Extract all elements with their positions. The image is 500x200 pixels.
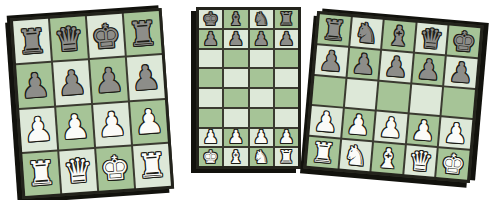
black-pawn-icon: ♟ (350, 49, 376, 78)
white-bishop-icon: ♝ (228, 148, 244, 166)
white-rook-icon: ♜ (310, 138, 336, 167)
chessboard-4x4: ♜♛♚♜♟♟♟♟♟♟♟♟♜♛♚♜ (10, 8, 174, 199)
square[interactable] (312, 76, 345, 107)
square[interactable]: ♚ (447, 26, 480, 57)
square[interactable]: ♟ (16, 63, 54, 108)
square[interactable]: ♟ (53, 60, 91, 105)
square[interactable] (250, 50, 273, 68)
square[interactable] (275, 89, 298, 107)
white-pawn-icon: ♟ (278, 129, 294, 147)
square[interactable] (224, 109, 247, 127)
square[interactable]: ♟ (199, 129, 222, 147)
square[interactable]: ♝ (382, 20, 415, 51)
square[interactable] (224, 69, 247, 87)
white-pawn-icon: ♟ (410, 116, 436, 145)
black-rook-icon: ♜ (321, 15, 347, 44)
chessboard-5x5: ♜♞♝♛♚♟♟♟♟♟♟♟♟♟♟♜♞♝♛♚ (303, 11, 483, 183)
black-knight-icon: ♞ (253, 10, 269, 28)
black-queen-icon: ♛ (418, 24, 444, 53)
square[interactable] (345, 78, 378, 109)
square[interactable]: ♛ (59, 149, 97, 194)
square[interactable] (442, 87, 475, 118)
white-pawn-icon: ♟ (345, 110, 371, 139)
square[interactable]: ♟ (380, 51, 413, 82)
square[interactable]: ♟ (342, 109, 375, 140)
black-rook-icon: ♜ (278, 10, 294, 28)
square[interactable]: ♟ (130, 99, 168, 144)
square[interactable]: ♚ (96, 146, 134, 191)
white-rook-icon: ♜ (25, 156, 57, 191)
square[interactable]: ♟ (347, 48, 380, 79)
square[interactable] (250, 89, 273, 107)
square[interactable] (250, 109, 273, 127)
white-pawn-icon: ♟ (133, 104, 165, 139)
square[interactable]: ♞ (350, 17, 383, 48)
white-rook-icon: ♜ (136, 148, 168, 183)
white-rook-icon: ♜ (278, 148, 294, 166)
square[interactable]: ♛ (415, 23, 448, 54)
square[interactable]: ♜ (133, 144, 171, 189)
black-queen-icon: ♛ (53, 21, 85, 56)
black-pawn-icon: ♟ (415, 55, 441, 84)
square[interactable] (199, 89, 222, 107)
square[interactable]: ♟ (250, 30, 273, 48)
square[interactable] (275, 69, 298, 87)
black-pawn-icon: ♟ (203, 30, 219, 48)
square[interactable]: ♟ (275, 30, 298, 48)
black-rook-icon: ♜ (127, 16, 159, 51)
square[interactable]: ♝ (224, 148, 247, 166)
black-pawn-icon: ♟ (383, 52, 409, 81)
white-king-icon: ♚ (440, 150, 466, 179)
black-pawn-icon: ♟ (93, 63, 125, 98)
square[interactable]: ♜ (317, 14, 350, 45)
square[interactable]: ♟ (374, 112, 407, 143)
square[interactable]: ♜ (13, 19, 51, 64)
white-queen-icon: ♛ (62, 154, 94, 189)
black-pawn-icon: ♟ (56, 65, 88, 100)
white-pawn-icon: ♟ (313, 107, 339, 136)
square[interactable] (199, 109, 222, 127)
square[interactable] (199, 50, 222, 68)
square[interactable]: ♟ (224, 129, 247, 147)
square[interactable]: ♝ (372, 143, 405, 174)
square[interactable] (377, 81, 410, 112)
square[interactable] (250, 69, 273, 87)
square[interactable] (224, 50, 247, 68)
white-pawn-icon: ♟ (203, 129, 219, 147)
square[interactable]: ♜ (307, 137, 340, 168)
square[interactable]: ♝ (224, 10, 247, 28)
square[interactable]: ♜ (275, 148, 298, 166)
white-king-icon: ♚ (99, 151, 131, 186)
square[interactable]: ♚ (199, 148, 222, 166)
square[interactable] (409, 84, 442, 115)
square[interactable]: ♟ (19, 107, 57, 152)
white-pawn-icon: ♟ (253, 129, 269, 147)
square[interactable]: ♚ (437, 148, 470, 179)
square[interactable]: ♟ (199, 30, 222, 48)
square[interactable]: ♞ (339, 140, 372, 171)
square[interactable]: ♟ (250, 129, 273, 147)
white-queen-icon: ♛ (407, 147, 433, 176)
square[interactable]: ♟ (90, 58, 128, 103)
square[interactable] (275, 109, 298, 127)
square[interactable]: ♚ (199, 10, 222, 28)
black-pawn-icon: ♟ (448, 57, 474, 86)
square[interactable]: ♟ (224, 30, 247, 48)
chessboard-4x8: ♚♝♞♜♟♟♟♟♟♟♟♟♚♝♞♜ (196, 7, 301, 169)
square[interactable]: ♜ (124, 11, 162, 56)
square[interactable]: ♟ (439, 118, 472, 149)
black-bishop-icon: ♝ (386, 21, 412, 50)
black-knight-icon: ♞ (353, 18, 379, 47)
black-pawn-icon: ♟ (278, 30, 294, 48)
white-knight-icon: ♞ (253, 148, 269, 166)
square[interactable]: ♚ (87, 14, 125, 59)
black-king-icon: ♚ (451, 27, 477, 56)
black-rook-icon: ♜ (16, 24, 48, 59)
square[interactable] (199, 69, 222, 87)
black-bishop-icon: ♝ (228, 10, 244, 28)
square[interactable]: ♟ (412, 53, 445, 84)
square[interactable] (275, 50, 298, 68)
black-king-icon: ♚ (90, 19, 122, 54)
black-pawn-icon: ♟ (130, 60, 162, 95)
square[interactable]: ♟ (127, 55, 165, 100)
square[interactable]: ♞ (250, 148, 273, 166)
square[interactable]: ♟ (315, 45, 348, 76)
square[interactable]: ♜ (22, 151, 60, 196)
square[interactable] (224, 89, 247, 107)
white-pawn-icon: ♟ (228, 129, 244, 147)
white-bishop-icon: ♝ (375, 144, 401, 173)
white-pawn-icon: ♟ (443, 119, 469, 148)
black-pawn-icon: ♟ (253, 30, 269, 48)
square[interactable]: ♛ (404, 146, 437, 177)
square[interactable]: ♞ (250, 10, 273, 28)
square[interactable]: ♟ (93, 102, 131, 147)
square[interactable]: ♟ (275, 129, 298, 147)
white-knight-icon: ♞ (342, 141, 368, 170)
square[interactable]: ♟ (407, 115, 440, 146)
black-pawn-icon: ♟ (19, 68, 51, 103)
black-pawn-icon: ♟ (318, 46, 344, 75)
square[interactable]: ♛ (50, 16, 88, 61)
white-pawn-icon: ♟ (59, 109, 91, 144)
square[interactable]: ♟ (309, 106, 342, 137)
white-king-icon: ♚ (203, 148, 219, 166)
white-pawn-icon: ♟ (22, 112, 54, 147)
square[interactable]: ♜ (275, 10, 298, 28)
square[interactable]: ♟ (56, 105, 94, 150)
black-pawn-icon: ♟ (228, 30, 244, 48)
black-king-icon: ♚ (203, 10, 219, 28)
white-pawn-icon: ♟ (378, 113, 404, 142)
square[interactable]: ♟ (445, 56, 478, 87)
white-pawn-icon: ♟ (96, 107, 128, 142)
